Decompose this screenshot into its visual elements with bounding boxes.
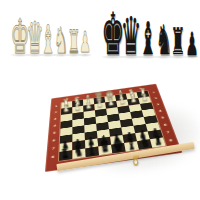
black-queen-piece: ♛ xyxy=(123,54,139,56)
square-c8: ♝ xyxy=(85,147,99,157)
black-pawn-glyph: ♟ xyxy=(185,32,198,56)
clasp-ring xyxy=(133,158,139,165)
white-pawn-on-c2: ♟ xyxy=(85,102,92,111)
square-g5 xyxy=(132,117,146,126)
white-pawn-on-g2: ♟ xyxy=(130,96,137,105)
black-knight-on-g8: ♞ xyxy=(140,136,150,148)
black-bishop-glyph: ♝ xyxy=(139,22,157,56)
coord-rank-6: 6 xyxy=(52,139,55,142)
square-h4 xyxy=(142,109,156,117)
white-pawn-on-h2: ♟ xyxy=(141,94,148,103)
coord-rank-4: 4 xyxy=(158,110,162,113)
coord-rank-1: 1 xyxy=(54,105,57,108)
square-d8: ♛ xyxy=(98,145,112,155)
black-bishop-on-f8: ♝ xyxy=(126,138,136,151)
white-pawn-piece: ♟ xyxy=(80,52,90,54)
black-knight-on-b8: ♞ xyxy=(74,145,84,157)
white-pawn-on-a2: ♟ xyxy=(63,105,70,114)
white-pawn-on-e2: ♟ xyxy=(108,99,115,108)
black-king-on-e8: ♚ xyxy=(112,137,124,152)
coord-rank-7: 7 xyxy=(52,147,56,151)
square-a8: ♜ xyxy=(59,150,72,161)
coord-rank-8: 8 xyxy=(51,155,55,159)
white-pawn-on-f2: ♟ xyxy=(119,97,126,106)
brass-clasp-icon xyxy=(131,154,141,166)
square-e5 xyxy=(108,120,121,129)
coord-rank-6: 6 xyxy=(163,123,167,126)
white-pawn-on-d2: ♟ xyxy=(96,101,103,110)
black-knight-glyph: ♞ xyxy=(155,25,172,56)
rank-labels-left: 12345678 xyxy=(49,103,60,162)
coord-rank-5: 5 xyxy=(161,116,165,119)
black-rook-glyph: ♜ xyxy=(171,28,186,56)
white-knight-glyph: ♞ xyxy=(54,27,69,54)
coord-rank-3: 3 xyxy=(156,103,160,106)
black-queen-on-d8: ♛ xyxy=(99,140,110,154)
square-a5 xyxy=(60,127,72,136)
square-b8: ♞ xyxy=(72,148,85,159)
white-pawn-on-b2: ♟ xyxy=(74,104,81,113)
coord-rank-2: 2 xyxy=(154,97,158,100)
coord-rank-2: 2 xyxy=(54,111,57,114)
black-rook-piece: ♜ xyxy=(172,54,184,56)
black-rook-on-a8: ♜ xyxy=(61,148,70,159)
square-h5 xyxy=(144,115,158,124)
black-pawn-piece: ♟ xyxy=(186,54,197,56)
piece-lineup: ♚♛♝♞♜♟ ♚♛♝♞♜♟ xyxy=(0,0,200,58)
coord-rank-7: 7 xyxy=(166,131,170,134)
black-rook-on-h8: ♜ xyxy=(154,135,163,146)
white-rook-glyph: ♜ xyxy=(67,30,80,54)
coord-rank-1: 1 xyxy=(152,92,156,95)
chess-set-product-photo: ♚♛♝♞♜♟ ♚♛♝♞♜♟ abcdefgh abcdefgh 12345678… xyxy=(0,0,200,200)
white-piece-lineup: ♚♛♝♞♜♟ xyxy=(13,52,90,54)
coord-rank-5: 5 xyxy=(53,132,56,135)
black-bishop-on-c8: ♝ xyxy=(87,143,97,156)
white-pawn-glyph: ♟ xyxy=(79,32,91,54)
coord-rank-8: 8 xyxy=(169,139,174,143)
coord-rank-3: 3 xyxy=(54,118,57,121)
coord-rank-4: 4 xyxy=(53,124,56,127)
square-d5 xyxy=(96,122,109,131)
